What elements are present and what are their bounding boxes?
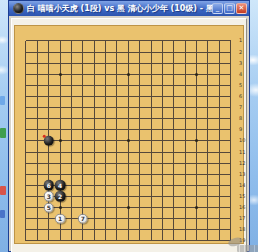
board-intersection-S10[interactable] [225,135,236,146]
board-intersection-C7[interactable] [43,102,54,113]
board-intersection-A14[interactable] [20,180,31,191]
board-intersection-M6[interactable] [157,91,168,102]
board-intersection-E17[interactable] [66,213,77,224]
board-intersection-B19[interactable] [32,235,43,246]
board-intersection-M9[interactable] [157,124,168,135]
board-intersection-P12[interactable] [191,158,202,169]
board-intersection-R14[interactable] [214,180,225,191]
board-intersection-K3[interactable] [134,58,145,69]
board-intersection-F8[interactable] [77,113,88,124]
board-intersection-B10[interactable] [32,135,43,146]
board-intersection-G18[interactable] [89,224,100,235]
board-intersection-Q15[interactable] [202,191,213,202]
board-intersection-H2[interactable] [100,47,111,58]
board-intersection-C17[interactable] [43,213,54,224]
board-intersection-O8[interactable] [180,113,191,124]
board-intersection-L8[interactable] [145,113,156,124]
board-intersection-F16[interactable] [77,202,88,213]
board-intersection-M16[interactable] [157,202,168,213]
board-intersection-O19[interactable] [180,235,191,246]
board-intersection-S18[interactable] [225,224,236,235]
board-intersection-K9[interactable] [134,124,145,135]
board-intersection-R8[interactable] [214,113,225,124]
board-intersection-G5[interactable] [89,80,100,91]
board-intersection-C3[interactable] [43,58,54,69]
board-intersection-B13[interactable] [32,169,43,180]
board-intersection-E10[interactable] [66,135,77,146]
board-intersection-E7[interactable] [66,102,77,113]
board-intersection-B11[interactable] [32,146,43,157]
board-intersection-A6[interactable] [20,91,31,102]
board-intersection-S4[interactable] [225,69,236,80]
board-intersection-D14[interactable]: 4 [54,180,65,191]
board-intersection-A7[interactable] [20,102,31,113]
board-intersection-C16[interactable]: 5 [43,202,54,213]
board-intersection-Q17[interactable] [202,213,213,224]
board-intersection-C4[interactable] [43,69,54,80]
board-intersection-O11[interactable] [180,146,191,157]
board-intersection-N10[interactable] [168,135,179,146]
board-intersection-B16[interactable] [32,202,43,213]
board-intersection-I14[interactable] [111,180,122,191]
board-intersection-K11[interactable] [134,146,145,157]
board-intersection-E18[interactable] [66,224,77,235]
board-intersection-H19[interactable] [100,235,111,246]
board-intersection-O7[interactable] [180,102,191,113]
board-intersection-L12[interactable] [145,158,156,169]
board-intersection-O13[interactable] [180,169,191,180]
board-intersection-D1[interactable] [54,35,65,46]
board-intersection-Q12[interactable] [202,158,213,169]
board-intersection-O6[interactable] [180,91,191,102]
board-intersection-P15[interactable] [191,191,202,202]
board-intersection-Q14[interactable] [202,180,213,191]
board-intersection-S3[interactable] [225,58,236,69]
board-intersection-H9[interactable] [100,124,111,135]
board-intersection-I15[interactable] [111,191,122,202]
board-intersection-J4[interactable] [123,69,134,80]
board-intersection-N15[interactable] [168,191,179,202]
board-intersection-R1[interactable] [214,35,225,46]
board-intersection-G3[interactable] [89,58,100,69]
board-intersection-N6[interactable] [168,91,179,102]
board-intersection-Q10[interactable] [202,135,213,146]
board-intersection-A15[interactable] [20,191,31,202]
board-intersection-K1[interactable] [134,35,145,46]
board-intersection-J10[interactable] [123,135,134,146]
board-intersection-P17[interactable] [191,213,202,224]
board-intersection-G11[interactable] [89,146,100,157]
board-intersection-J18[interactable] [123,224,134,235]
board-intersection-F6[interactable] [77,91,88,102]
board-intersection-D18[interactable] [54,224,65,235]
board-intersection-O15[interactable] [180,191,191,202]
board-intersection-S7[interactable] [225,102,236,113]
board-intersection-Q2[interactable] [202,47,213,58]
board-intersection-P11[interactable] [191,146,202,157]
board-intersection-Q6[interactable] [202,91,213,102]
board-intersection-D6[interactable] [54,91,65,102]
board-intersection-J6[interactable] [123,91,134,102]
board-intersection-C2[interactable] [43,47,54,58]
board-intersection-S17[interactable] [225,213,236,224]
board-intersection-A2[interactable] [20,47,31,58]
board-intersection-Q19[interactable] [202,235,213,246]
board-intersection-D19[interactable] [54,235,65,246]
board-intersection-R13[interactable] [214,169,225,180]
board-intersection-B2[interactable] [32,47,43,58]
board-intersection-G8[interactable] [89,113,100,124]
board-intersection-N1[interactable] [168,35,179,46]
board-intersection-O17[interactable] [180,213,191,224]
board-intersection-L7[interactable] [145,102,156,113]
board-intersection-D16[interactable] [54,202,65,213]
board-intersection-F15[interactable] [77,191,88,202]
board-intersection-E2[interactable] [66,47,77,58]
board-intersection-C18[interactable] [43,224,54,235]
board-intersection-P19[interactable] [191,235,202,246]
board-intersection-P13[interactable] [191,169,202,180]
board-intersection-Q18[interactable] [202,224,213,235]
board-intersection-D17[interactable]: 1 [54,213,65,224]
board-intersection-C15[interactable]: 3 [43,191,54,202]
board-intersection-O18[interactable] [180,224,191,235]
board-intersection-I8[interactable] [111,113,122,124]
board-intersection-O2[interactable] [180,47,191,58]
board-intersection-L11[interactable] [145,146,156,157]
board-intersection-D4[interactable] [54,69,65,80]
board-intersection-P3[interactable] [191,58,202,69]
board-intersection-N2[interactable] [168,47,179,58]
board-intersection-C8[interactable] [43,113,54,124]
board-intersection-S8[interactable] [225,113,236,124]
board-intersection-I12[interactable] [111,158,122,169]
board-intersection-K15[interactable] [134,191,145,202]
board-intersection-K5[interactable] [134,80,145,91]
board-intersection-L15[interactable] [145,191,156,202]
board-intersection-G7[interactable] [89,102,100,113]
board-intersection-N5[interactable] [168,80,179,91]
board-intersection-H11[interactable] [100,146,111,157]
board-intersection-L16[interactable] [145,202,156,213]
board-intersection-J5[interactable] [123,80,134,91]
board-intersection-S11[interactable] [225,146,236,157]
board-intersection-L5[interactable] [145,80,156,91]
board-intersection-S1[interactable] [225,35,236,46]
board-intersection-P9[interactable] [191,124,202,135]
board-intersection-N16[interactable] [168,202,179,213]
board-intersection-Q5[interactable] [202,80,213,91]
board-intersection-L14[interactable] [145,180,156,191]
board-intersection-L3[interactable] [145,58,156,69]
board-intersection-P6[interactable] [191,91,202,102]
board-intersection-J3[interactable] [123,58,134,69]
board-intersection-H6[interactable] [100,91,111,102]
board-intersection-S13[interactable] [225,169,236,180]
board-intersection-G14[interactable] [89,180,100,191]
board-intersection-L19[interactable] [145,235,156,246]
board-intersection-S6[interactable] [225,91,236,102]
board-intersection-Q16[interactable] [202,202,213,213]
title-bar[interactable]: 白 喵喵小天虎 (1段) vs 黑 清心小少年 (10级) - 黑 中盘胜 (1… [9,1,249,16]
board-intersection-P4[interactable] [191,69,202,80]
board-intersection-A11[interactable] [20,146,31,157]
board-intersection-H4[interactable] [100,69,111,80]
board-intersection-J2[interactable] [123,47,134,58]
board-intersection-N12[interactable] [168,158,179,169]
board-intersection-I19[interactable] [111,235,122,246]
board-intersection-G13[interactable] [89,169,100,180]
board-intersection-A5[interactable] [20,80,31,91]
board-intersection-F1[interactable] [77,35,88,46]
board-intersection-P10[interactable] [191,135,202,146]
board-intersection-M10[interactable] [157,135,168,146]
board-intersection-D9[interactable] [54,124,65,135]
board-intersection-R2[interactable] [214,47,225,58]
board-intersection-F4[interactable] [77,69,88,80]
board-intersection-B6[interactable] [32,91,43,102]
board-intersection-J16[interactable] [123,202,134,213]
board-intersection-M14[interactable] [157,180,168,191]
board-intersection-R18[interactable] [214,224,225,235]
board-intersection-K18[interactable] [134,224,145,235]
board-intersection-J13[interactable] [123,169,134,180]
board-intersection-B3[interactable] [32,58,43,69]
board-intersection-B17[interactable] [32,213,43,224]
board-intersection-I18[interactable] [111,224,122,235]
board-intersection-J11[interactable] [123,146,134,157]
board-intersection-N14[interactable] [168,180,179,191]
board-intersection-K17[interactable] [134,213,145,224]
board-intersection-F14[interactable] [77,180,88,191]
board-intersection-R16[interactable] [214,202,225,213]
board-intersection-R5[interactable] [214,80,225,91]
board-intersection-B14[interactable] [32,180,43,191]
board-intersection-B5[interactable] [32,80,43,91]
board-intersection-O9[interactable] [180,124,191,135]
board-intersection-F3[interactable] [77,58,88,69]
board-intersection-S9[interactable] [225,124,236,135]
board-intersection-O1[interactable] [180,35,191,46]
board-intersection-I17[interactable] [111,213,122,224]
board-intersection-K13[interactable] [134,169,145,180]
board-intersection-M12[interactable] [157,158,168,169]
board-intersection-I3[interactable] [111,58,122,69]
board-intersection-I7[interactable] [111,102,122,113]
board-intersection-C5[interactable] [43,80,54,91]
close-button[interactable]: ✕ [236,3,247,14]
board-intersection-A10[interactable] [20,135,31,146]
board-intersection-R15[interactable] [214,191,225,202]
board-intersection-C12[interactable] [43,158,54,169]
board-intersection-G2[interactable] [89,47,100,58]
board-intersection-R7[interactable] [214,102,225,113]
board-intersection-C19[interactable] [43,235,54,246]
board-intersection-J14[interactable] [123,180,134,191]
board-intersection-A18[interactable] [20,224,31,235]
board-intersection-B15[interactable] [32,191,43,202]
board-intersection-C13[interactable] [43,169,54,180]
board-intersection-M15[interactable] [157,191,168,202]
board-intersection-A16[interactable] [20,202,31,213]
board-intersection-H8[interactable] [100,113,111,124]
board-intersection-B9[interactable] [32,124,43,135]
board-intersection-I5[interactable] [111,80,122,91]
board-intersection-Q4[interactable] [202,69,213,80]
maximize-button[interactable]: □ [224,3,235,14]
board-intersection-N18[interactable] [168,224,179,235]
board-intersection-M4[interactable] [157,69,168,80]
board-intersection-E19[interactable] [66,235,77,246]
board-intersection-I2[interactable] [111,47,122,58]
board-intersection-I10[interactable] [111,135,122,146]
board-intersection-S14[interactable] [225,180,236,191]
board-intersection-P2[interactable] [191,47,202,58]
board-intersection-H13[interactable] [100,169,111,180]
board-intersection-N9[interactable] [168,124,179,135]
board-intersection-H16[interactable] [100,202,111,213]
board-intersection-F13[interactable] [77,169,88,180]
board-intersection-Q1[interactable] [202,35,213,46]
board-intersection-S5[interactable] [225,80,236,91]
board-intersection-E3[interactable] [66,58,77,69]
board-intersection-A3[interactable] [20,58,31,69]
board-intersection-N7[interactable] [168,102,179,113]
board-intersection-O5[interactable] [180,80,191,91]
board-intersection-R3[interactable] [214,58,225,69]
board-intersection-P5[interactable] [191,80,202,91]
board-intersection-M11[interactable] [157,146,168,157]
board-intersection-H3[interactable] [100,58,111,69]
board-intersection-H18[interactable] [100,224,111,235]
board-intersection-Q8[interactable] [202,113,213,124]
board-intersection-L9[interactable] [145,124,156,135]
board-intersection-E9[interactable] [66,124,77,135]
board-intersection-F12[interactable] [77,158,88,169]
board-intersection-R4[interactable] [214,69,225,80]
board-intersection-N8[interactable] [168,113,179,124]
board-intersection-O16[interactable] [180,202,191,213]
board-intersection-Q3[interactable] [202,58,213,69]
board-intersection-H15[interactable] [100,191,111,202]
board-intersection-E15[interactable] [66,191,77,202]
board-intersection-G16[interactable] [89,202,100,213]
board-intersection-M17[interactable] [157,213,168,224]
board-intersection-A17[interactable] [20,213,31,224]
board-intersection-F11[interactable] [77,146,88,157]
board-intersection-I9[interactable] [111,124,122,135]
board-intersection-K4[interactable] [134,69,145,80]
board-intersection-M3[interactable] [157,58,168,69]
board-intersection-D3[interactable] [54,58,65,69]
board-intersection-P16[interactable] [191,202,202,213]
board-intersection-N17[interactable] [168,213,179,224]
board-intersection-B8[interactable] [32,113,43,124]
board-intersection-N13[interactable] [168,169,179,180]
board-intersection-Q13[interactable] [202,169,213,180]
board-intersection-G1[interactable] [89,35,100,46]
board-intersection-Q11[interactable] [202,146,213,157]
board-intersection-A12[interactable] [20,158,31,169]
board-intersection-G12[interactable] [89,158,100,169]
board-intersection-J9[interactable] [123,124,134,135]
board-intersection-C11[interactable] [43,146,54,157]
board-intersection-L6[interactable] [145,91,156,102]
board-intersection-L17[interactable] [145,213,156,224]
board-intersection-A13[interactable] [20,169,31,180]
board-intersection-E16[interactable] [66,202,77,213]
board-intersection-F10[interactable] [77,135,88,146]
board-intersection-I6[interactable] [111,91,122,102]
board-intersection-F2[interactable] [77,47,88,58]
board-intersection-B1[interactable] [32,35,43,46]
board-intersection-D10[interactable] [54,135,65,146]
board-intersection-G15[interactable] [89,191,100,202]
board-intersection-J19[interactable] [123,235,134,246]
board-intersection-J7[interactable] [123,102,134,113]
board-intersection-O4[interactable] [180,69,191,80]
board-intersection-F19[interactable] [77,235,88,246]
board-intersection-H12[interactable] [100,158,111,169]
board-intersection-J1[interactable] [123,35,134,46]
board-intersection-M7[interactable] [157,102,168,113]
board-intersection-B4[interactable] [32,69,43,80]
board-intersection-I16[interactable] [111,202,122,213]
board-intersection-D2[interactable] [54,47,65,58]
board-intersection-E4[interactable] [66,69,77,80]
board-intersection-E13[interactable] [66,169,77,180]
board-intersection-L13[interactable] [145,169,156,180]
board-intersection-R6[interactable] [214,91,225,102]
board-intersection-N11[interactable] [168,146,179,157]
board-intersection-M13[interactable] [157,169,168,180]
board-intersection-S12[interactable] [225,158,236,169]
board-intersection-K8[interactable] [134,113,145,124]
board-intersection-C6[interactable] [43,91,54,102]
board-intersection-M1[interactable] [157,35,168,46]
board-intersection-N19[interactable] [168,235,179,246]
board-intersection-H17[interactable] [100,213,111,224]
board-intersection-L2[interactable] [145,47,156,58]
board-intersection-R12[interactable] [214,158,225,169]
board-intersection-M8[interactable] [157,113,168,124]
board-intersection-G10[interactable] [89,135,100,146]
board-intersection-M5[interactable] [157,80,168,91]
board-intersection-P8[interactable] [191,113,202,124]
board-intersection-E8[interactable] [66,113,77,124]
board-intersection-K14[interactable] [134,180,145,191]
board-intersection-A1[interactable] [20,35,31,46]
board-intersection-P7[interactable] [191,102,202,113]
board-intersection-Q9[interactable] [202,124,213,135]
board-intersection-H1[interactable] [100,35,111,46]
board-intersection-R10[interactable] [214,135,225,146]
board-intersection-Q7[interactable] [202,102,213,113]
board-intersection-D7[interactable] [54,102,65,113]
board-intersection-K10[interactable] [134,135,145,146]
board-intersection-O10[interactable] [180,135,191,146]
board-intersection-L10[interactable] [145,135,156,146]
board-intersection-K6[interactable] [134,91,145,102]
board-intersection-J15[interactable] [123,191,134,202]
board-intersection-A9[interactable] [20,124,31,135]
board-intersection-S15[interactable] [225,191,236,202]
board-intersection-A8[interactable] [20,113,31,124]
board-intersection-I4[interactable] [111,69,122,80]
board-intersection-F9[interactable] [77,124,88,135]
minimize-button[interactable]: _ [212,3,223,14]
board-intersection-J8[interactable] [123,113,134,124]
